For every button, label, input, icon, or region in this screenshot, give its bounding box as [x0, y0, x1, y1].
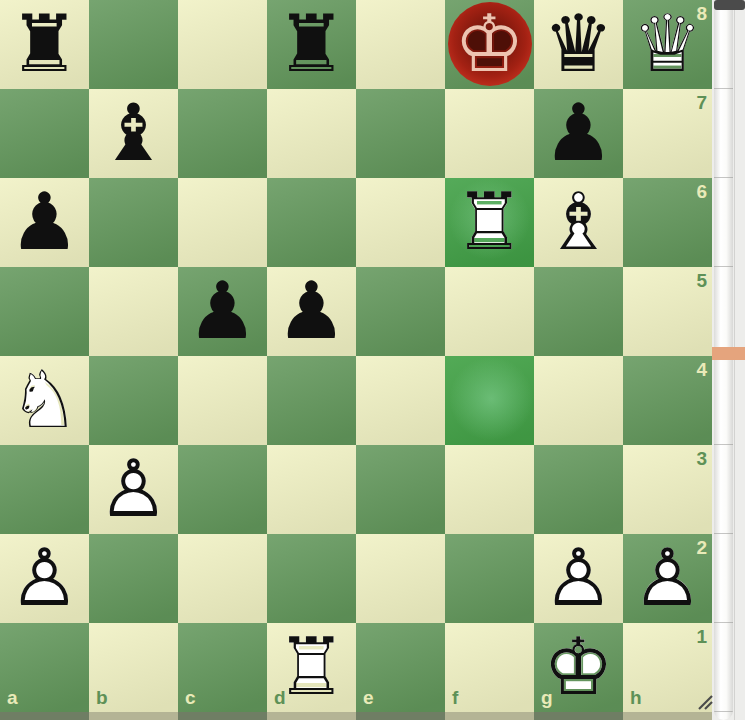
file-label: f — [452, 688, 458, 707]
piece-white-pawn[interactable]: ♟♙ — [534, 534, 623, 623]
square-f3[interactable] — [445, 445, 534, 534]
square-c7[interactable] — [178, 89, 267, 178]
rank-label: 8 — [696, 4, 707, 23]
piece-black-pawn[interactable]: ♟ — [534, 89, 623, 178]
square-b2[interactable] — [89, 534, 178, 623]
square-d6[interactable] — [267, 178, 356, 267]
rank-label: 6 — [696, 182, 707, 201]
piece-glyph: ♚ — [445, 0, 534, 89]
piece-black-pawn[interactable]: ♟ — [0, 178, 89, 267]
square-f7[interactable] — [445, 89, 534, 178]
square-a5[interactable] — [0, 267, 89, 356]
square-e5[interactable] — [356, 267, 445, 356]
rank-label: 1 — [696, 627, 707, 646]
square-h2[interactable]: ♟♙2 — [623, 534, 712, 623]
square-a2[interactable]: ♟♙ — [0, 534, 89, 623]
square-a7[interactable] — [0, 89, 89, 178]
square-g3[interactable] — [534, 445, 623, 534]
square-d3[interactable] — [267, 445, 356, 534]
piece-black-bishop[interactable]: ♝ — [89, 89, 178, 178]
square-g2[interactable]: ♟♙ — [534, 534, 623, 623]
square-b1[interactable]: b — [89, 623, 178, 712]
piece-black-queen[interactable]: ♛ — [534, 0, 623, 89]
piece-glyph: ♛ — [534, 0, 623, 89]
chess-analysis-view: ♜♜♚♔♛♛♕8♝♟7♟♜♖♝♗6♟♟5♞♘4♟♙3♟♙♟♙♟♙2abc♜♖de… — [0, 0, 745, 720]
square-c1[interactable]: c — [178, 623, 267, 712]
piece-glyph: ♞ — [0, 356, 89, 445]
piece-glyph: ♙ — [534, 534, 623, 623]
square-a4[interactable]: ♞♘ — [0, 356, 89, 445]
panel-seam — [734, 0, 735, 720]
piece-glyph: ♝ — [534, 178, 623, 267]
piece-glyph: ♟ — [89, 445, 178, 534]
square-d2[interactable] — [267, 534, 356, 623]
file-label: h — [630, 688, 642, 707]
file-label: a — [7, 688, 18, 707]
square-a8[interactable]: ♜ — [0, 0, 89, 89]
square-f2[interactable] — [445, 534, 534, 623]
piece-black-king[interactable]: ♚♔ — [445, 0, 534, 89]
rank-label: 4 — [696, 360, 707, 379]
file-label: b — [96, 688, 108, 707]
piece-glyph: ♖ — [445, 178, 534, 267]
square-h8[interactable]: ♛♕8 — [623, 0, 712, 89]
piece-glyph: ♟ — [534, 534, 623, 623]
square-h6[interactable]: 6 — [623, 178, 712, 267]
square-g4[interactable] — [534, 356, 623, 445]
rank-label: 5 — [696, 271, 707, 290]
piece-glyph: ♘ — [0, 356, 89, 445]
square-c4[interactable] — [178, 356, 267, 445]
piece-glyph: ♔ — [445, 0, 534, 89]
square-h3[interactable]: 3 — [623, 445, 712, 534]
square-b3[interactable]: ♟♙ — [89, 445, 178, 534]
piece-glyph: ♝ — [89, 89, 178, 178]
square-d8[interactable]: ♜ — [267, 0, 356, 89]
square-g5[interactable] — [534, 267, 623, 356]
square-b6[interactable] — [89, 178, 178, 267]
scrollbar-thumb[interactable] — [714, 0, 745, 10]
square-e4[interactable] — [356, 356, 445, 445]
piece-black-pawn[interactable]: ♟ — [267, 267, 356, 356]
piece-white-pawn[interactable]: ♟♙ — [89, 445, 178, 534]
square-h4[interactable]: 4 — [623, 356, 712, 445]
square-b5[interactable] — [89, 267, 178, 356]
square-c2[interactable] — [178, 534, 267, 623]
square-h5[interactable]: 5 — [623, 267, 712, 356]
piece-glyph: ♟ — [0, 178, 89, 267]
file-label: g — [541, 688, 553, 707]
square-e1[interactable]: e — [356, 623, 445, 712]
square-d4[interactable] — [267, 356, 356, 445]
board-resize-handle-icon[interactable] — [696, 693, 714, 711]
square-c3[interactable] — [178, 445, 267, 534]
square-f6[interactable]: ♜♖ — [445, 178, 534, 267]
square-a6[interactable]: ♟ — [0, 178, 89, 267]
square-b7[interactable]: ♝ — [89, 89, 178, 178]
file-label: c — [185, 688, 196, 707]
square-f5[interactable] — [445, 267, 534, 356]
square-g1[interactable]: ♚♔g — [534, 623, 623, 712]
square-b4[interactable] — [89, 356, 178, 445]
square-d1[interactable]: ♜♖d — [267, 623, 356, 712]
square-g7[interactable]: ♟ — [534, 89, 623, 178]
square-c6[interactable] — [178, 178, 267, 267]
scrollbar-track[interactable] — [714, 0, 733, 720]
rank-label: 2 — [696, 538, 707, 557]
square-d7[interactable] — [267, 89, 356, 178]
square-g6[interactable]: ♝♗ — [534, 178, 623, 267]
square-c5[interactable]: ♟ — [178, 267, 267, 356]
square-f4[interactable] — [445, 356, 534, 445]
piece-white-pawn[interactable]: ♟♙ — [0, 534, 89, 623]
square-e3[interactable] — [356, 445, 445, 534]
piece-glyph: ♟ — [0, 534, 89, 623]
piece-black-rook[interactable]: ♜ — [267, 0, 356, 89]
piece-glyph: ♟ — [534, 89, 623, 178]
rank-label: 3 — [696, 449, 707, 468]
piece-glyph: ♜ — [267, 0, 356, 89]
square-e2[interactable] — [356, 534, 445, 623]
board-bottom-shadow — [0, 712, 712, 720]
piece-black-pawn[interactable]: ♟ — [178, 267, 267, 356]
chess-board[interactable]: ♜♜♚♔♛♛♕8♝♟7♟♜♖♝♗6♟♟5♞♘4♟♙3♟♙♟♙♟♙2abc♜♖de… — [0, 0, 712, 712]
square-f8[interactable]: ♚♔ — [445, 0, 534, 89]
piece-white-rook[interactable]: ♜♖ — [445, 178, 534, 267]
square-d5[interactable]: ♟ — [267, 267, 356, 356]
square-a1[interactable]: a — [0, 623, 89, 712]
piece-glyph: ♟ — [267, 267, 356, 356]
square-a3[interactable] — [0, 445, 89, 534]
side-panel-strip — [712, 0, 745, 720]
square-e7[interactable] — [356, 89, 445, 178]
square-h7[interactable]: 7 — [623, 89, 712, 178]
square-f1[interactable]: f — [445, 623, 534, 712]
piece-glyph: ♜ — [0, 0, 89, 89]
piece-glyph: ♙ — [0, 534, 89, 623]
rank-label: 7 — [696, 93, 707, 112]
piece-glyph: ♙ — [89, 445, 178, 534]
piece-black-rook[interactable]: ♜ — [0, 0, 89, 89]
file-label: e — [363, 688, 374, 707]
piece-glyph: ♜ — [445, 178, 534, 267]
square-e8[interactable] — [356, 0, 445, 89]
file-label: d — [274, 688, 286, 707]
piece-glyph: ♗ — [534, 178, 623, 267]
square-g8[interactable]: ♛ — [534, 0, 623, 89]
square-e6[interactable] — [356, 178, 445, 267]
piece-glyph: ♟ — [178, 267, 267, 356]
piece-white-knight[interactable]: ♞♘ — [0, 356, 89, 445]
accent-bar — [712, 347, 745, 360]
piece-white-bishop[interactable]: ♝♗ — [534, 178, 623, 267]
square-c8[interactable] — [178, 0, 267, 89]
square-b8[interactable] — [89, 0, 178, 89]
